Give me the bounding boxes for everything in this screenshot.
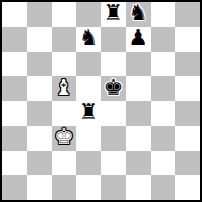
square-b7[interactable] xyxy=(27,27,52,52)
square-g7[interactable] xyxy=(151,27,176,52)
square-c2[interactable] xyxy=(52,151,77,176)
square-c7[interactable] xyxy=(52,27,77,52)
square-b5[interactable] xyxy=(27,76,52,101)
square-g5[interactable] xyxy=(151,76,176,101)
square-h8[interactable] xyxy=(175,2,200,27)
square-g2[interactable] xyxy=(151,151,176,176)
square-f5[interactable] xyxy=(126,76,151,101)
square-f3[interactable] xyxy=(126,126,151,151)
square-d5[interactable] xyxy=(76,76,101,101)
square-e6[interactable] xyxy=(101,52,126,77)
square-e1[interactable] xyxy=(101,175,126,200)
square-h3[interactable] xyxy=(175,126,200,151)
piece-black-knight[interactable]: ♞ xyxy=(128,2,148,24)
square-a3[interactable] xyxy=(2,126,27,151)
square-e2[interactable] xyxy=(101,151,126,176)
square-e5[interactable]: ♚ xyxy=(101,76,126,101)
square-a5[interactable] xyxy=(2,76,27,101)
square-g4[interactable] xyxy=(151,101,176,126)
square-e7[interactable] xyxy=(101,27,126,52)
square-c8[interactable] xyxy=(52,2,77,27)
square-f6[interactable] xyxy=(126,52,151,77)
piece-black-rook[interactable]: ♜ xyxy=(79,101,99,123)
square-d6[interactable] xyxy=(76,52,101,77)
square-h7[interactable] xyxy=(175,27,200,52)
piece-white-bishop[interactable]: ♝ xyxy=(54,77,74,99)
square-h2[interactable] xyxy=(175,151,200,176)
square-a8[interactable] xyxy=(2,2,27,27)
square-a1[interactable] xyxy=(2,175,27,200)
square-c4[interactable] xyxy=(52,101,77,126)
square-a7[interactable] xyxy=(2,27,27,52)
piece-black-pawn[interactable]: ♟ xyxy=(128,27,148,49)
square-e8[interactable]: ♜ xyxy=(101,2,126,27)
piece-black-king[interactable]: ♚ xyxy=(104,77,124,99)
square-h1[interactable] xyxy=(175,175,200,200)
square-f7[interactable]: ♟ xyxy=(126,27,151,52)
piece-black-rook[interactable]: ♜ xyxy=(104,2,124,24)
square-b2[interactable] xyxy=(27,151,52,176)
square-g6[interactable] xyxy=(151,52,176,77)
chess-diagram: ♜♞♞♟♝♚♜♚ xyxy=(0,0,202,202)
square-d3[interactable] xyxy=(76,126,101,151)
square-c6[interactable] xyxy=(52,52,77,77)
chess-board: ♜♞♞♟♝♚♜♚ xyxy=(0,0,202,202)
square-f1[interactable] xyxy=(126,175,151,200)
square-h4[interactable] xyxy=(175,101,200,126)
square-d8[interactable] xyxy=(76,2,101,27)
square-d2[interactable] xyxy=(76,151,101,176)
square-a6[interactable] xyxy=(2,52,27,77)
square-c5[interactable]: ♝ xyxy=(52,76,77,101)
square-g8[interactable] xyxy=(151,2,176,27)
square-d1[interactable] xyxy=(76,175,101,200)
square-h5[interactable] xyxy=(175,76,200,101)
square-c3[interactable]: ♚ xyxy=(52,126,77,151)
piece-black-knight[interactable]: ♞ xyxy=(79,27,99,49)
square-b6[interactable] xyxy=(27,52,52,77)
piece-white-king[interactable]: ♚ xyxy=(54,126,74,148)
square-b3[interactable] xyxy=(27,126,52,151)
square-h6[interactable] xyxy=(175,52,200,77)
square-d4[interactable]: ♜ xyxy=(76,101,101,126)
square-g1[interactable] xyxy=(151,175,176,200)
square-b8[interactable] xyxy=(27,2,52,27)
square-e3[interactable] xyxy=(101,126,126,151)
square-b1[interactable] xyxy=(27,175,52,200)
square-b4[interactable] xyxy=(27,101,52,126)
square-g3[interactable] xyxy=(151,126,176,151)
square-f8[interactable]: ♞ xyxy=(126,2,151,27)
square-f4[interactable] xyxy=(126,101,151,126)
square-a4[interactable] xyxy=(2,101,27,126)
square-f2[interactable] xyxy=(126,151,151,176)
square-e4[interactable] xyxy=(101,101,126,126)
square-a2[interactable] xyxy=(2,151,27,176)
square-c1[interactable] xyxy=(52,175,77,200)
square-d7[interactable]: ♞ xyxy=(76,27,101,52)
